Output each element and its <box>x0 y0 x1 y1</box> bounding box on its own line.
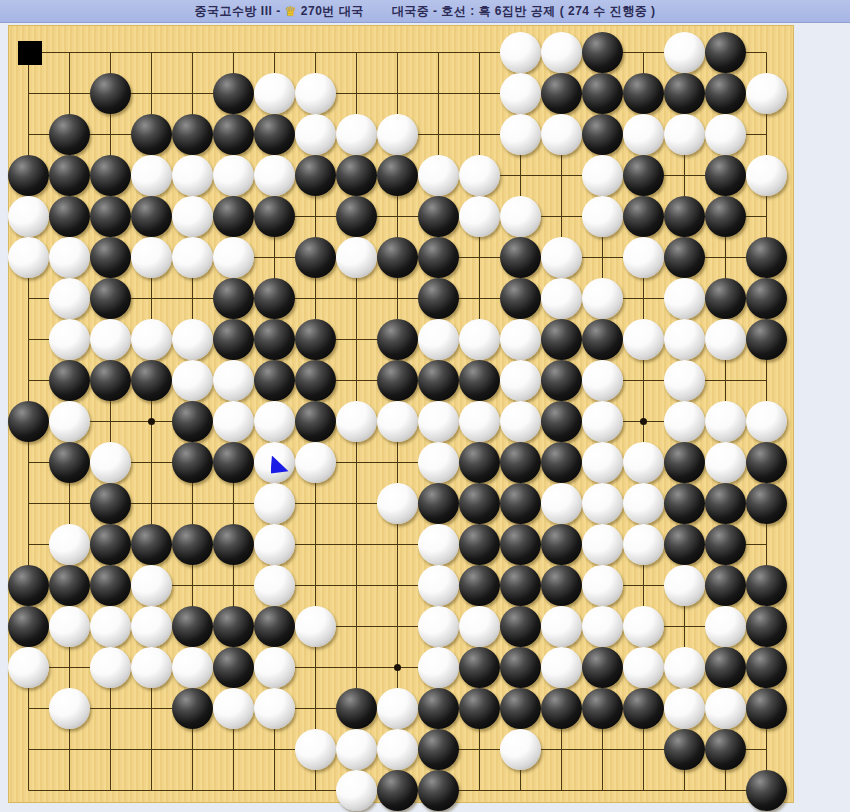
white-stone-17-2 <box>705 114 746 155</box>
black-stone-14-15 <box>582 647 623 688</box>
black-stone-12-11 <box>500 483 541 524</box>
black-stone-3-12 <box>131 524 172 565</box>
black-stone-13-7 <box>541 319 582 360</box>
white-stone-2-7 <box>90 319 131 360</box>
white-stone-3-14 <box>131 606 172 647</box>
black-stone-12-13 <box>500 565 541 606</box>
white-stone-5-16 <box>213 688 254 729</box>
black-stone-5-2 <box>213 114 254 155</box>
white-stone-4-3 <box>172 155 213 196</box>
black-stone-15-1 <box>623 73 664 114</box>
black-stone-18-11 <box>746 483 787 524</box>
white-stone-12-1 <box>500 73 541 114</box>
black-stone-10-4 <box>418 196 459 237</box>
black-stone-17-1 <box>705 73 746 114</box>
black-stone-10-6 <box>418 278 459 319</box>
white-stone-16-6 <box>664 278 705 319</box>
white-stone-12-9 <box>500 401 541 442</box>
black-stone-6-7 <box>254 319 295 360</box>
white-stone-16-0 <box>664 32 705 73</box>
white-stone-17-10 <box>705 442 746 483</box>
white-stone-8-2 <box>336 114 377 155</box>
black-stone-17-0 <box>705 32 746 73</box>
white-stone-16-13 <box>664 565 705 606</box>
black-stone-11-13 <box>459 565 500 606</box>
black-stone-16-5 <box>664 237 705 278</box>
white-stone-7-14 <box>295 606 336 647</box>
black-stone-14-1 <box>582 73 623 114</box>
black-stone-12-14 <box>500 606 541 647</box>
black-stone-6-2 <box>254 114 295 155</box>
white-stone-10-12 <box>418 524 459 565</box>
white-stone-17-14 <box>705 606 746 647</box>
white-stone-11-3 <box>459 155 500 196</box>
white-stone-14-8 <box>582 360 623 401</box>
white-stone-11-4 <box>459 196 500 237</box>
white-stone-11-9 <box>459 401 500 442</box>
black-stone-18-14 <box>746 606 787 647</box>
white-stone-14-4 <box>582 196 623 237</box>
white-stone-3-13 <box>131 565 172 606</box>
white-stone-16-15 <box>664 647 705 688</box>
white-stone-7-17 <box>295 729 336 770</box>
white-stone-12-4 <box>500 196 541 237</box>
black-stone-17-15 <box>705 647 746 688</box>
white-stone-15-11 <box>623 483 664 524</box>
black-stone-11-16 <box>459 688 500 729</box>
black-stone-10-11 <box>418 483 459 524</box>
white-stone-2-14 <box>90 606 131 647</box>
black-stone-17-4 <box>705 196 746 237</box>
white-stone-4-8 <box>172 360 213 401</box>
hoshi-point <box>640 418 647 425</box>
white-stone-18-9 <box>746 401 787 442</box>
white-stone-7-10 <box>295 442 336 483</box>
white-stone-14-14 <box>582 606 623 647</box>
black-stone-2-1 <box>90 73 131 114</box>
black-stone-13-8 <box>541 360 582 401</box>
white-stone-15-12 <box>623 524 664 565</box>
white-stone-15-14 <box>623 606 664 647</box>
white-stone-14-12 <box>582 524 623 565</box>
black-stone-8-3 <box>336 155 377 196</box>
white-stone-14-10 <box>582 442 623 483</box>
black-stone-17-17 <box>705 729 746 770</box>
white-stone-9-2 <box>377 114 418 155</box>
white-stone-13-2 <box>541 114 582 155</box>
black-stone-0-14 <box>8 606 49 647</box>
black-stone-8-16 <box>336 688 377 729</box>
black-stone-5-6 <box>213 278 254 319</box>
black-stone-2-5 <box>90 237 131 278</box>
black-stone-12-15 <box>500 647 541 688</box>
black-stone-6-14 <box>254 606 295 647</box>
turn-indicator-square <box>18 41 42 65</box>
black-stone-4-16 <box>172 688 213 729</box>
black-stone-5-14 <box>213 606 254 647</box>
black-stone-3-8 <box>131 360 172 401</box>
black-stone-1-4 <box>49 196 90 237</box>
black-stone-5-15 <box>213 647 254 688</box>
white-stone-5-9 <box>213 401 254 442</box>
black-stone-18-5 <box>746 237 787 278</box>
black-stone-17-6 <box>705 278 746 319</box>
black-stone-13-1 <box>541 73 582 114</box>
white-stone-13-15 <box>541 647 582 688</box>
black-stone-12-16 <box>500 688 541 729</box>
white-stone-3-7 <box>131 319 172 360</box>
black-stone-18-15 <box>746 647 787 688</box>
black-stone-18-16 <box>746 688 787 729</box>
black-stone-5-4 <box>213 196 254 237</box>
white-stone-4-5 <box>172 237 213 278</box>
white-stone-15-2 <box>623 114 664 155</box>
black-stone-4-2 <box>172 114 213 155</box>
white-stone-6-9 <box>254 401 295 442</box>
black-stone-9-18 <box>377 770 418 811</box>
white-stone-15-5 <box>623 237 664 278</box>
white-stone-6-15 <box>254 647 295 688</box>
black-stone-5-7 <box>213 319 254 360</box>
white-stone-12-0 <box>500 32 541 73</box>
white-stone-8-18 <box>336 770 377 811</box>
black-stone-10-17 <box>418 729 459 770</box>
white-stone-13-5 <box>541 237 582 278</box>
black-stone-6-4 <box>254 196 295 237</box>
white-stone-12-8 <box>500 360 541 401</box>
black-stone-12-5 <box>500 237 541 278</box>
white-stone-1-6 <box>49 278 90 319</box>
white-stone-12-7 <box>500 319 541 360</box>
white-stone-15-10 <box>623 442 664 483</box>
white-stone-2-15 <box>90 647 131 688</box>
white-stone-1-16 <box>49 688 90 729</box>
crown-icon: ♛ <box>285 4 297 19</box>
black-stone-1-13 <box>49 565 90 606</box>
black-stone-17-12 <box>705 524 746 565</box>
white-stone-8-9 <box>336 401 377 442</box>
black-stone-10-18 <box>418 770 459 811</box>
white-stone-3-3 <box>131 155 172 196</box>
black-stone-2-6 <box>90 278 131 319</box>
black-stone-14-2 <box>582 114 623 155</box>
black-stone-16-4 <box>664 196 705 237</box>
white-stone-9-17 <box>377 729 418 770</box>
room-title: 중국고수방 III - <box>194 3 280 20</box>
black-stone-11-10 <box>459 442 500 483</box>
white-stone-14-13 <box>582 565 623 606</box>
white-stone-6-12 <box>254 524 295 565</box>
white-stone-18-3 <box>746 155 787 196</box>
hoshi-point <box>394 664 401 671</box>
black-stone-17-11 <box>705 483 746 524</box>
black-stone-9-5 <box>377 237 418 278</box>
white-stone-14-9 <box>582 401 623 442</box>
black-stone-14-0 <box>582 32 623 73</box>
black-stone-11-8 <box>459 360 500 401</box>
black-stone-14-7 <box>582 319 623 360</box>
white-stone-14-11 <box>582 483 623 524</box>
white-stone-11-7 <box>459 319 500 360</box>
white-stone-5-8 <box>213 360 254 401</box>
white-stone-9-9 <box>377 401 418 442</box>
white-stone-7-2 <box>295 114 336 155</box>
black-stone-11-11 <box>459 483 500 524</box>
white-stone-1-5 <box>49 237 90 278</box>
white-stone-0-15 <box>8 647 49 688</box>
white-stone-10-9 <box>418 401 459 442</box>
white-stone-10-3 <box>418 155 459 196</box>
go-board[interactable] <box>8 25 794 803</box>
white-stone-17-9 <box>705 401 746 442</box>
black-stone-6-8 <box>254 360 295 401</box>
white-stone-6-16 <box>254 688 295 729</box>
white-stone-10-10 <box>418 442 459 483</box>
black-stone-18-6 <box>746 278 787 319</box>
white-stone-6-3 <box>254 155 295 196</box>
black-stone-13-16 <box>541 688 582 729</box>
white-stone-13-6 <box>541 278 582 319</box>
black-stone-4-14 <box>172 606 213 647</box>
white-stone-1-14 <box>49 606 90 647</box>
white-stone-6-13 <box>254 565 295 606</box>
black-stone-6-6 <box>254 278 295 319</box>
black-stone-18-7 <box>746 319 787 360</box>
black-stone-13-13 <box>541 565 582 606</box>
black-stone-7-8 <box>295 360 336 401</box>
white-stone-12-17 <box>500 729 541 770</box>
black-stone-7-7 <box>295 319 336 360</box>
black-stone-7-9 <box>295 401 336 442</box>
white-stone-5-5 <box>213 237 254 278</box>
black-stone-7-5 <box>295 237 336 278</box>
black-stone-9-3 <box>377 155 418 196</box>
white-stone-16-9 <box>664 401 705 442</box>
white-stone-16-7 <box>664 319 705 360</box>
black-stone-4-10 <box>172 442 213 483</box>
white-stone-14-6 <box>582 278 623 319</box>
black-stone-18-18 <box>746 770 787 811</box>
black-stone-4-9 <box>172 401 213 442</box>
black-stone-1-3 <box>49 155 90 196</box>
black-stone-15-4 <box>623 196 664 237</box>
black-stone-3-2 <box>131 114 172 155</box>
white-stone-7-1 <box>295 73 336 114</box>
white-stone-11-14 <box>459 606 500 647</box>
white-stone-14-3 <box>582 155 623 196</box>
white-stone-16-8 <box>664 360 705 401</box>
black-stone-10-16 <box>418 688 459 729</box>
white-stone-8-5 <box>336 237 377 278</box>
white-stone-4-15 <box>172 647 213 688</box>
black-stone-12-12 <box>500 524 541 565</box>
black-stone-17-13 <box>705 565 746 606</box>
black-stone-10-8 <box>418 360 459 401</box>
black-stone-7-3 <box>295 155 336 196</box>
white-stone-8-17 <box>336 729 377 770</box>
white-stone-9-11 <box>377 483 418 524</box>
white-stone-6-11 <box>254 483 295 524</box>
black-stone-18-13 <box>746 565 787 606</box>
black-stone-13-9 <box>541 401 582 442</box>
black-stone-2-4 <box>90 196 131 237</box>
white-stone-15-15 <box>623 647 664 688</box>
white-stone-1-9 <box>49 401 90 442</box>
black-stone-12-6 <box>500 278 541 319</box>
white-stone-1-7 <box>49 319 90 360</box>
black-stone-5-1 <box>213 73 254 114</box>
white-stone-10-14 <box>418 606 459 647</box>
black-stone-5-10 <box>213 442 254 483</box>
white-stone-15-7 <box>623 319 664 360</box>
white-stone-13-14 <box>541 606 582 647</box>
black-stone-15-3 <box>623 155 664 196</box>
black-stone-14-16 <box>582 688 623 729</box>
black-stone-2-12 <box>90 524 131 565</box>
black-stone-16-17 <box>664 729 705 770</box>
white-stone-1-12 <box>49 524 90 565</box>
black-stone-1-10 <box>49 442 90 483</box>
white-stone-12-2 <box>500 114 541 155</box>
black-stone-13-10 <box>541 442 582 483</box>
black-stone-16-1 <box>664 73 705 114</box>
black-stone-18-10 <box>746 442 787 483</box>
white-stone-2-10 <box>90 442 131 483</box>
black-stone-11-12 <box>459 524 500 565</box>
black-stone-1-8 <box>49 360 90 401</box>
black-stone-16-10 <box>664 442 705 483</box>
black-stone-2-13 <box>90 565 131 606</box>
black-stone-15-16 <box>623 688 664 729</box>
black-stone-16-11 <box>664 483 705 524</box>
black-stone-0-9 <box>8 401 49 442</box>
black-stone-5-12 <box>213 524 254 565</box>
black-stone-13-12 <box>541 524 582 565</box>
white-stone-4-7 <box>172 319 213 360</box>
black-stone-8-4 <box>336 196 377 237</box>
white-stone-18-1 <box>746 73 787 114</box>
white-stone-0-4 <box>8 196 49 237</box>
black-stone-16-12 <box>664 524 705 565</box>
black-stone-1-2 <box>49 114 90 155</box>
black-stone-2-3 <box>90 155 131 196</box>
black-stone-12-10 <box>500 442 541 483</box>
black-stone-10-5 <box>418 237 459 278</box>
hoshi-point <box>148 418 155 425</box>
black-stone-2-8 <box>90 360 131 401</box>
white-stone-3-5 <box>131 237 172 278</box>
black-stone-17-3 <box>705 155 746 196</box>
black-stone-0-13 <box>8 565 49 606</box>
black-stone-9-8 <box>377 360 418 401</box>
white-stone-5-3 <box>213 155 254 196</box>
white-stone-6-1 <box>254 73 295 114</box>
status-bar: 중국고수방 III - ♛ 270번 대국 대국중 - 호선 : 흑 6집반 공… <box>0 0 850 23</box>
white-stone-10-13 <box>418 565 459 606</box>
white-stone-10-15 <box>418 647 459 688</box>
black-stone-11-15 <box>459 647 500 688</box>
white-stone-16-16 <box>664 688 705 729</box>
black-stone-0-3 <box>8 155 49 196</box>
white-stone-0-5 <box>8 237 49 278</box>
white-stone-9-16 <box>377 688 418 729</box>
game-status-text: 대국중 - 호선 : 흑 6집반 공제 ( 274 수 진행중 ) <box>392 3 656 20</box>
white-stone-13-0 <box>541 32 582 73</box>
black-stone-4-12 <box>172 524 213 565</box>
black-stone-2-11 <box>90 483 131 524</box>
game-number-label: 270번 대국 <box>301 3 364 20</box>
white-stone-13-11 <box>541 483 582 524</box>
white-stone-17-16 <box>705 688 746 729</box>
white-stone-10-7 <box>418 319 459 360</box>
white-stone-17-7 <box>705 319 746 360</box>
white-stone-16-2 <box>664 114 705 155</box>
white-stone-4-4 <box>172 196 213 237</box>
black-stone-3-4 <box>131 196 172 237</box>
white-stone-3-15 <box>131 647 172 688</box>
black-stone-9-7 <box>377 319 418 360</box>
